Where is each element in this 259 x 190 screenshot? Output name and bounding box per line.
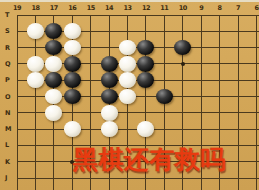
black-stone-P12 xyxy=(137,72,154,88)
black-stone-P16 xyxy=(64,72,81,88)
white-stone-M14 xyxy=(101,121,118,137)
white-stone-M12 xyxy=(137,121,154,137)
black-stone-Q14 xyxy=(101,56,118,72)
caption-text: 黑棋还有救吗 xyxy=(73,146,226,174)
go-board: 191817161514131211109876 TSRQPONMLKJ 黑棋还… xyxy=(0,0,259,190)
white-stone-N17 xyxy=(45,105,62,121)
white-stone-Q18 xyxy=(27,56,44,72)
white-stone-S16 xyxy=(64,23,81,39)
black-stone-Q12 xyxy=(137,56,154,72)
black-stone-P17 xyxy=(45,72,62,88)
black-stone-O11 xyxy=(156,89,173,105)
black-stone-S17 xyxy=(45,23,62,39)
black-stone-P14 xyxy=(101,72,118,88)
white-stone-Q13 xyxy=(119,56,136,72)
white-stone-R16 xyxy=(64,40,81,56)
black-stone-O16 xyxy=(64,89,81,105)
white-stone-S18 xyxy=(27,23,44,39)
white-stone-P18 xyxy=(27,72,44,88)
white-stone-R13 xyxy=(119,40,136,56)
black-stone-R12 xyxy=(137,40,154,56)
black-stone-Q16 xyxy=(64,56,81,72)
white-stone-O17 xyxy=(45,89,62,105)
white-stone-Q17 xyxy=(45,56,62,72)
black-stone-R17 xyxy=(45,40,62,56)
black-stone-R10 xyxy=(174,40,191,56)
white-stone-O13 xyxy=(119,89,136,105)
white-stone-P13 xyxy=(119,72,136,88)
white-stone-N14 xyxy=(101,105,118,121)
top-edge-sliver xyxy=(0,0,259,2)
black-stone-O14 xyxy=(101,89,118,105)
white-stone-M16 xyxy=(64,121,81,137)
